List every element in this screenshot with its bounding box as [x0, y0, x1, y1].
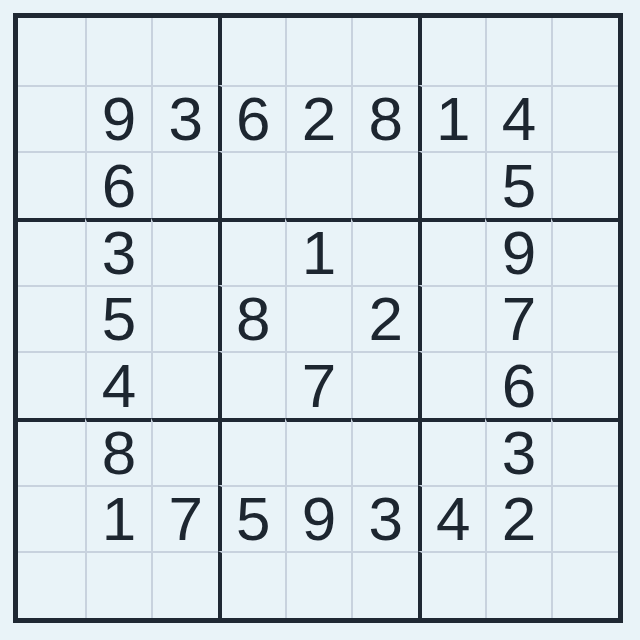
cell-r5c3[interactable]: [151, 285, 218, 352]
cell-r6c7[interactable]: [418, 351, 485, 418]
cell-r7c5[interactable]: [285, 418, 352, 485]
cell-r9c7[interactable]: [418, 551, 485, 618]
cell-r9c8[interactable]: [485, 551, 552, 618]
cell-r2c8-given[interactable]: 4: [485, 85, 552, 152]
cell-r6c2-given[interactable]: 4: [85, 351, 152, 418]
cell-r4c2-given[interactable]: 3: [85, 218, 152, 285]
cell-r7c1[interactable]: [18, 418, 85, 485]
cell-r2c6-given[interactable]: 8: [351, 85, 418, 152]
cell-r9c9[interactable]: [551, 551, 618, 618]
cell-r6c9[interactable]: [551, 351, 618, 418]
cell-r6c8-given[interactable]: 6: [485, 351, 552, 418]
cell-r9c4[interactable]: [218, 551, 285, 618]
cell-r3c6[interactable]: [351, 151, 418, 218]
cell-r4c7[interactable]: [418, 218, 485, 285]
cell-r5c8-given[interactable]: 7: [485, 285, 552, 352]
cell-r4c3[interactable]: [151, 218, 218, 285]
cell-r5c1[interactable]: [18, 285, 85, 352]
cell-r7c6[interactable]: [351, 418, 418, 485]
cell-r4c1[interactable]: [18, 218, 85, 285]
page-background: 9362814653195827476831759342: [0, 0, 640, 640]
cell-r7c2-given[interactable]: 8: [85, 418, 152, 485]
cell-r5c6-given[interactable]: 2: [351, 285, 418, 352]
cell-r1c3[interactable]: [151, 18, 218, 85]
cell-r4c5-given[interactable]: 1: [285, 218, 352, 285]
cell-r2c7-given[interactable]: 1: [418, 85, 485, 152]
cell-r5c4-given[interactable]: 8: [218, 285, 285, 352]
cell-r3c3[interactable]: [151, 151, 218, 218]
cell-r4c9[interactable]: [551, 218, 618, 285]
cell-r3c5[interactable]: [285, 151, 352, 218]
cell-r8c8-given[interactable]: 2: [485, 485, 552, 552]
cell-r9c2[interactable]: [85, 551, 152, 618]
cell-r1c9[interactable]: [551, 18, 618, 85]
cell-r6c3[interactable]: [151, 351, 218, 418]
cell-r1c5[interactable]: [285, 18, 352, 85]
sudoku-board: 9362814653195827476831759342: [13, 13, 623, 623]
cell-r8c4-given[interactable]: 5: [218, 485, 285, 552]
cell-r3c8-given[interactable]: 5: [485, 151, 552, 218]
cell-r2c4-given[interactable]: 6: [218, 85, 285, 152]
cell-r1c1[interactable]: [18, 18, 85, 85]
cell-r1c4[interactable]: [218, 18, 285, 85]
cell-r8c6-given[interactable]: 3: [351, 485, 418, 552]
cell-r9c3[interactable]: [151, 551, 218, 618]
cell-r9c5[interactable]: [285, 551, 352, 618]
cell-r2c9[interactable]: [551, 85, 618, 152]
cell-r3c1[interactable]: [18, 151, 85, 218]
cell-r2c5-given[interactable]: 2: [285, 85, 352, 152]
cell-r3c4[interactable]: [218, 151, 285, 218]
cell-r8c1[interactable]: [18, 485, 85, 552]
cell-r1c6[interactable]: [351, 18, 418, 85]
cell-r6c5-given[interactable]: 7: [285, 351, 352, 418]
cell-r1c2[interactable]: [85, 18, 152, 85]
cell-r8c5-given[interactable]: 9: [285, 485, 352, 552]
cell-r4c4[interactable]: [218, 218, 285, 285]
cell-r6c6[interactable]: [351, 351, 418, 418]
cell-r2c1[interactable]: [18, 85, 85, 152]
cell-r3c2-given[interactable]: 6: [85, 151, 152, 218]
cell-r8c7-given[interactable]: 4: [418, 485, 485, 552]
cell-r8c9[interactable]: [551, 485, 618, 552]
cell-r2c2-given[interactable]: 9: [85, 85, 152, 152]
cell-r1c8[interactable]: [485, 18, 552, 85]
cell-r3c7[interactable]: [418, 151, 485, 218]
cell-r4c6[interactable]: [351, 218, 418, 285]
cell-r8c2-given[interactable]: 1: [85, 485, 152, 552]
cell-r5c9[interactable]: [551, 285, 618, 352]
cell-r6c4[interactable]: [218, 351, 285, 418]
cell-r1c7[interactable]: [418, 18, 485, 85]
cell-r6c1[interactable]: [18, 351, 85, 418]
cell-r3c9[interactable]: [551, 151, 618, 218]
cell-r9c1[interactable]: [18, 551, 85, 618]
cell-r7c3[interactable]: [151, 418, 218, 485]
cell-r7c9[interactable]: [551, 418, 618, 485]
cell-r9c6[interactable]: [351, 551, 418, 618]
cell-r8c3-given[interactable]: 7: [151, 485, 218, 552]
cell-r5c7[interactable]: [418, 285, 485, 352]
cell-r7c8-given[interactable]: 3: [485, 418, 552, 485]
cell-r7c7[interactable]: [418, 418, 485, 485]
cell-r7c4[interactable]: [218, 418, 285, 485]
cell-r4c8-given[interactable]: 9: [485, 218, 552, 285]
cell-r5c5[interactable]: [285, 285, 352, 352]
cell-r2c3-given[interactable]: 3: [151, 85, 218, 152]
cell-r5c2-given[interactable]: 5: [85, 285, 152, 352]
